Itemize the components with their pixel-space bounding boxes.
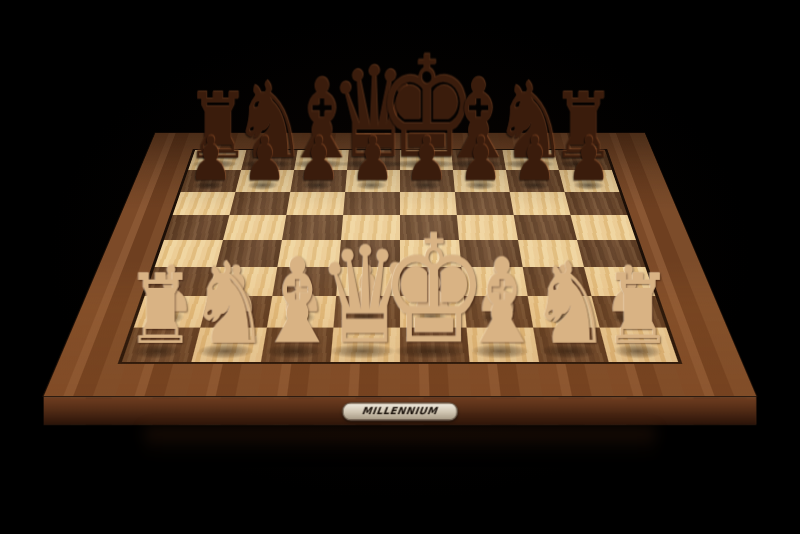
square-h6[interactable] xyxy=(565,192,628,215)
board-front-edge: MILLENNIUM xyxy=(44,396,757,424)
square-g7[interactable] xyxy=(506,170,565,192)
square-c6[interactable] xyxy=(286,192,345,215)
square-a5[interactable] xyxy=(164,215,229,240)
chess-board: ♜♞♝♛♚♝♞♜♟♟♟♟♟♟♟♟♟♟♟♟♟♟♟♟♜♞♝♛♚♝♞♜ MILLENN… xyxy=(44,133,757,396)
square-b8[interactable] xyxy=(241,150,297,170)
square-h5[interactable] xyxy=(571,215,636,240)
brand-plaque: MILLENNIUM xyxy=(342,402,458,420)
square-h7[interactable] xyxy=(559,170,619,192)
scene: ♜♞♝♛♚♝♞♜♟♟♟♟♟♟♟♟♟♟♟♟♟♟♟♟♜♞♝♛♚♝♞♜ MILLENN… xyxy=(0,0,800,534)
square-d7[interactable] xyxy=(345,170,400,192)
square-d8[interactable] xyxy=(347,150,400,170)
square-f7[interactable] xyxy=(453,170,510,192)
square-e8[interactable] xyxy=(400,150,453,170)
brand-label: MILLENNIUM xyxy=(361,406,438,417)
square-c8[interactable] xyxy=(294,150,349,170)
board-reflection xyxy=(145,428,655,458)
square-a8[interactable] xyxy=(188,150,246,170)
piece-white-knight[interactable]: ♞ xyxy=(162,247,298,360)
piece-white-king[interactable]: ♚ xyxy=(344,214,524,364)
square-f8[interactable] xyxy=(451,150,506,170)
square-e7[interactable] xyxy=(400,170,455,192)
square-a7[interactable] xyxy=(181,170,241,192)
square-b7[interactable] xyxy=(235,170,294,192)
square-c7[interactable] xyxy=(290,170,347,192)
square-a6[interactable] xyxy=(173,192,236,215)
square-g6[interactable] xyxy=(510,192,571,215)
square-h8[interactable] xyxy=(554,150,612,170)
square-g8[interactable] xyxy=(502,150,558,170)
square-b6[interactable] xyxy=(229,192,290,215)
